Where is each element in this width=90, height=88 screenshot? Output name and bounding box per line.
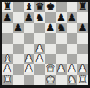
square-a1[interactable]: ♜ [2,75,13,85]
square-h5[interactable] [77,33,88,43]
square-e1[interactable]: ♚ [45,75,56,85]
square-e7[interactable] [45,12,56,22]
square-g5[interactable] [67,33,78,43]
black-pawn: ♟ [24,12,33,22]
square-b1[interactable] [13,75,24,85]
square-a6[interactable] [2,23,13,33]
white-pawn: ♟ [78,64,87,74]
white-pawn: ♟ [24,54,33,64]
square-b7[interactable] [13,12,24,22]
square-h8[interactable]: ♜ [77,2,88,12]
black-king: ♚ [46,2,55,12]
square-e5[interactable] [45,33,56,43]
square-a8[interactable]: ♜ [2,2,13,12]
square-d4[interactable]: ♟ [34,44,45,54]
square-c5[interactable] [24,33,35,43]
white-rook: ♜ [3,75,12,85]
square-a2[interactable]: ♟ [2,64,13,74]
square-g2[interactable]: ♟ [67,64,78,74]
square-d5[interactable] [34,33,45,43]
square-d7[interactable]: ♞ [34,12,45,22]
square-h4[interactable] [77,44,88,54]
square-g7[interactable]: ♟ [67,12,78,22]
chess-board[interactable]: ♜♝♛♚♜♟♟♞♟♟♟♟♞♟♟♝♟♟♟♟♛♟♟♟♜♚♞♜ [2,2,88,85]
square-c3[interactable]: ♟ [24,54,35,64]
square-f3[interactable] [56,54,67,64]
square-e8[interactable]: ♚ [45,2,56,12]
square-d6[interactable] [34,23,45,33]
square-g1[interactable]: ♞ [67,75,78,85]
square-c1[interactable] [24,75,35,85]
square-d8[interactable]: ♛ [34,2,45,12]
white-pawn: ♟ [24,64,33,74]
white-king: ♚ [46,75,55,85]
black-bishop: ♝ [24,2,33,12]
square-f8[interactable] [56,2,67,12]
white-pawn: ♟ [3,64,12,74]
square-h2[interactable]: ♟ [77,64,88,74]
square-e2[interactable]: ♛ [45,64,56,74]
square-b5[interactable] [13,33,24,43]
white-queen: ♛ [46,64,55,74]
square-d1[interactable] [34,75,45,85]
square-b4[interactable] [13,44,24,54]
square-h6[interactable]: ♟ [77,23,88,33]
square-g8[interactable] [67,2,78,12]
square-g6[interactable] [67,23,78,33]
square-c8[interactable]: ♝ [24,2,35,12]
square-h7[interactable] [77,12,88,22]
square-h3[interactable] [77,54,88,64]
black-knight: ♞ [57,23,66,33]
square-f1[interactable] [56,75,67,85]
square-c6[interactable] [24,23,35,33]
black-pawn: ♟ [14,23,23,33]
white-pawn: ♟ [35,44,44,54]
square-h1[interactable]: ♜ [77,75,88,85]
square-b2[interactable] [13,64,24,74]
square-a5[interactable] [2,33,13,43]
square-e4[interactable] [45,44,56,54]
square-g4[interactable] [67,44,78,54]
square-a3[interactable]: ♝ [2,54,13,64]
square-g3[interactable] [67,54,78,64]
square-c7[interactable]: ♟ [24,12,35,22]
square-d2[interactable] [34,64,45,74]
square-e6[interactable]: ♟ [45,23,56,33]
square-b6[interactable]: ♟ [13,23,24,33]
square-a7[interactable]: ♟ [2,12,13,22]
board-frame: ♜♝♛♚♜♟♟♞♟♟♟♟♞♟♟♝♟♟♟♟♛♟♟♟♜♚♞♜ [0,0,90,88]
square-a4[interactable] [2,44,13,54]
black-knight: ♞ [35,12,44,22]
white-pawn: ♟ [57,64,66,74]
square-d3[interactable]: ♟ [34,54,45,64]
black-queen: ♛ [35,2,44,12]
black-rook: ♜ [3,2,12,12]
square-f4[interactable] [56,44,67,54]
square-f2[interactable]: ♟ [56,64,67,74]
white-rook: ♜ [78,75,87,85]
square-f5[interactable] [56,33,67,43]
square-b8[interactable] [13,2,24,12]
square-c2[interactable]: ♟ [24,64,35,74]
black-pawn: ♟ [3,12,12,22]
square-b3[interactable] [13,54,24,64]
black-pawn: ♟ [67,12,76,22]
square-f6[interactable]: ♞ [56,23,67,33]
white-pawn: ♟ [67,64,76,74]
square-e3[interactable] [45,54,56,64]
white-knight: ♞ [67,75,76,85]
white-pawn: ♟ [35,54,44,64]
square-f7[interactable]: ♟ [56,12,67,22]
black-pawn: ♟ [46,23,55,33]
black-pawn: ♟ [57,12,66,22]
square-c4[interactable] [24,44,35,54]
white-bishop: ♝ [3,54,12,64]
black-rook: ♜ [78,2,87,12]
black-pawn: ♟ [78,23,87,33]
